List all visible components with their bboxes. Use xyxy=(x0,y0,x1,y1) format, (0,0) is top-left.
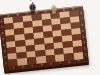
white-king-glyph: ♚ xyxy=(50,3,57,16)
white-king-piece: ♚ xyxy=(48,0,57,18)
coord-label-b: b xyxy=(22,65,24,68)
coord-label-3: 3 xyxy=(83,41,85,44)
coord-label-g: g xyxy=(68,60,70,63)
coord-label-8: 8 xyxy=(80,11,82,14)
board-foot-left xyxy=(19,69,21,72)
coord-label-a: a xyxy=(7,14,9,17)
coord-label-2: 2 xyxy=(84,47,86,50)
coord-label-6: 6 xyxy=(81,23,83,26)
coord-label-7: 7 xyxy=(81,17,83,20)
board-grid xyxy=(4,10,84,66)
black-king-glyph: ♚ xyxy=(29,1,37,16)
coord-label-5: 5 xyxy=(82,29,84,32)
coord-label-1: 1 xyxy=(84,54,86,57)
coord-label-4: 4 xyxy=(83,35,85,38)
coord-label-c: c xyxy=(31,64,33,67)
coord-label-g: g xyxy=(63,8,65,11)
coord-label-2: 2 xyxy=(4,56,6,59)
coord-label-7: 7 xyxy=(1,25,3,28)
black-king-piece: ♚ xyxy=(26,0,35,17)
chess-board: abcdefgh abcdefgh 87654321 87654321 xyxy=(0,5,89,71)
coord-label-d: d xyxy=(41,63,43,66)
coord-label-h: h xyxy=(78,59,80,62)
board-foot-middle xyxy=(60,64,62,67)
coord-label-5: 5 xyxy=(2,38,4,41)
coord-label-4: 4 xyxy=(3,44,5,47)
coord-label-a: a xyxy=(13,66,15,69)
coord-label-e: e xyxy=(45,10,47,13)
coord-label-3: 3 xyxy=(3,50,5,53)
coord-label-b: b xyxy=(16,13,18,16)
chess-set-photo: abcdefgh abcdefgh 87654321 87654321 ♚ ♚ xyxy=(0,0,100,75)
square-h1 xyxy=(73,52,83,59)
board-foot-right xyxy=(85,58,87,61)
coord-label-1: 1 xyxy=(5,62,7,65)
coord-label-e: e xyxy=(50,62,52,65)
coord-label-8: 8 xyxy=(0,19,2,22)
coord-label-6: 6 xyxy=(2,31,4,34)
coord-label-h: h xyxy=(72,7,74,10)
